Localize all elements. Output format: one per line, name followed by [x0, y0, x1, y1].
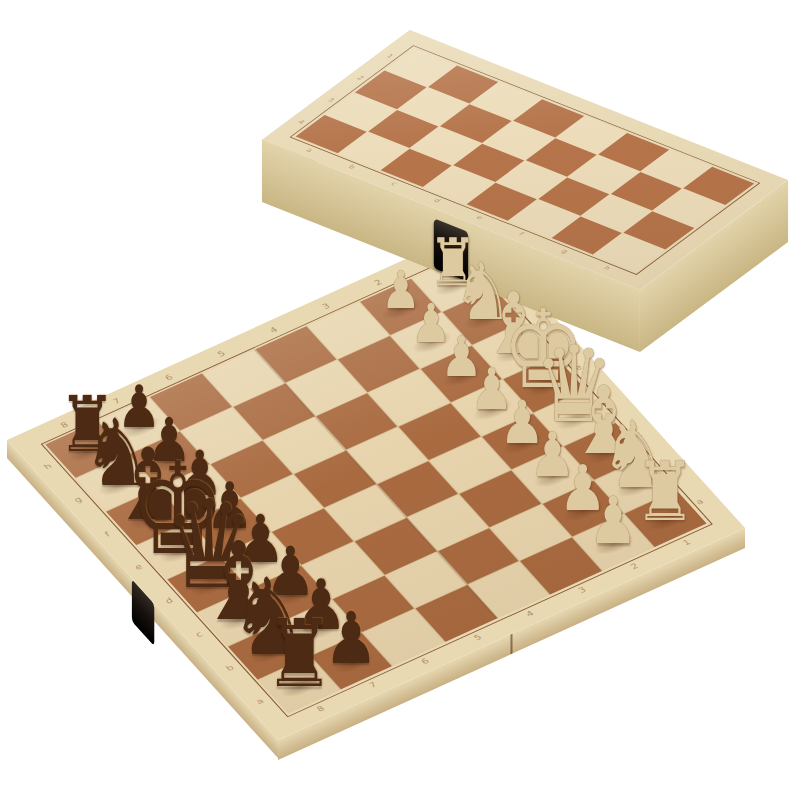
lid-border-mark: f: [517, 231, 525, 236]
lid-border-mark: d: [432, 198, 442, 204]
white-pawn-glyph: ♟: [588, 489, 638, 554]
board-fold-seam-edge: [510, 634, 512, 655]
white-rook-glyph: ♜: [634, 452, 696, 534]
chess-set-product-photo: 88hh77gg66ff55ee44dd33cc22bb11aa abcdefg…: [0, 0, 800, 800]
lid-border-mark: g: [559, 248, 569, 254]
black-rook-glyph: ♜: [264, 608, 335, 701]
lid-border-mark: h: [602, 265, 612, 271]
pieces-grid: ♜♟♞♟♝♟♚♟♛♟♟♜♝♟♟♞♞♟♟♝♜♟♟♚♟♛♟♝♟♞♟♜: [46, 255, 707, 714]
lid-border-mark: e: [474, 214, 484, 220]
lid-border-mark: c: [389, 181, 399, 187]
lid-border-mark: a: [304, 147, 314, 153]
lid-border-mark: b: [347, 164, 357, 170]
black-rook-a8: ♜: [258, 656, 341, 713]
